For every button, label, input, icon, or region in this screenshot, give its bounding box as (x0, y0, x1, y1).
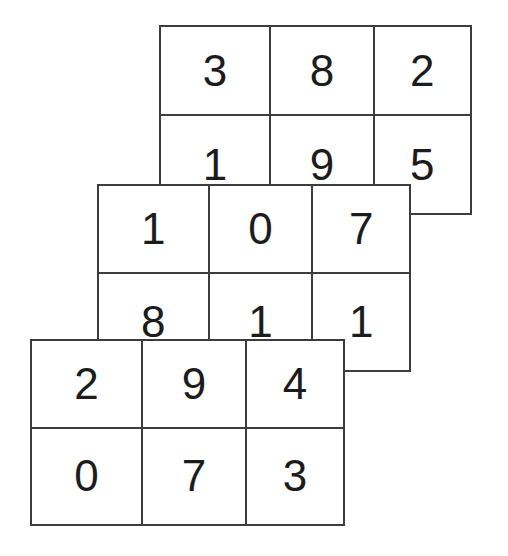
front-cell-r0c1: 9 (141, 341, 245, 427)
front-cell-r0c2: 4 (245, 341, 343, 427)
middle-cell-r0c1: 0 (208, 186, 312, 272)
middle-cell-r0c0: 1 (99, 186, 208, 272)
front-grid: 2 9 4 0 7 3 (30, 339, 345, 526)
middle-cell-r0c2: 7 (311, 186, 409, 272)
back-cell-r0c0: 3 (161, 27, 269, 114)
front-cell-r1c0: 0 (32, 427, 141, 524)
front-cell-r1c2: 3 (245, 427, 343, 524)
front-cell-r1c1: 7 (141, 427, 245, 524)
back-cell-r0c1: 8 (269, 27, 373, 114)
back-cell-r0c2: 2 (373, 27, 470, 114)
front-cell-r0c0: 2 (32, 341, 141, 427)
